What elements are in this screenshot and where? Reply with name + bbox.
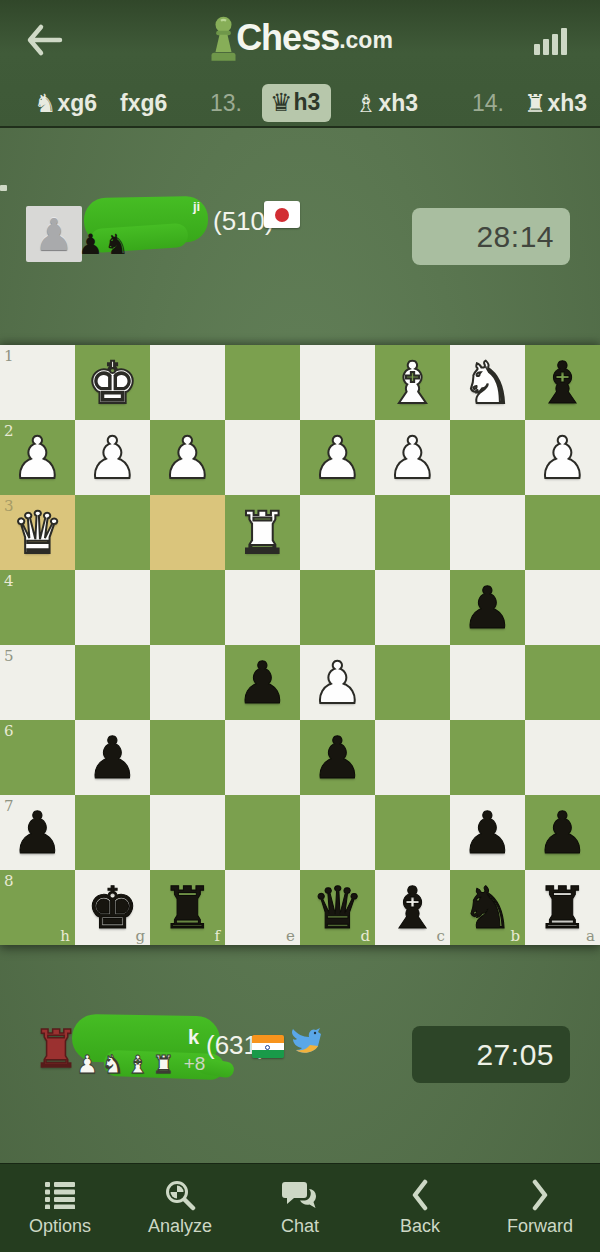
square-c1[interactable]: ♝ [375,345,450,420]
square-h6[interactable]: 6 [0,720,75,795]
square-h7[interactable]: 7♟ [0,795,75,870]
square-b4[interactable]: ♟ [450,570,525,645]
captured-white-piece: ♝ [127,1050,152,1079]
square-a4[interactable] [525,570,600,645]
piece-black-pawn: ♟ [300,720,375,795]
chesscom-logo: Chess .com [0,14,600,70]
piece-white-pawn: ♟ [375,420,450,495]
square-f2[interactable]: ♟ [150,420,225,495]
square-d5[interactable]: ♟ [300,645,375,720]
move-text: xh3 [378,90,418,117]
square-g5[interactable] [75,645,150,720]
square-b5[interactable] [450,645,525,720]
piece-white-rook: ♜ [225,495,300,570]
red-rook-avatar-icon: ♜ [33,1019,80,1079]
connection-signal-icon [532,24,572,58]
move-xh3[interactable]: ♗xh3 [355,84,418,122]
square-c3[interactable] [375,495,450,570]
square-f3[interactable] [150,495,225,570]
square-d4[interactable] [300,570,375,645]
top-bar: Chess .com ♞xg6fxg613.♛h3♗xh314.♜xh3 [0,0,600,128]
figurine-icon: ♜ [524,89,546,118]
square-e7[interactable] [225,795,300,870]
square-f6[interactable] [150,720,225,795]
opponent-clock-time: 28:14 [476,220,554,254]
piece-black-pawn: ♟ [525,795,600,870]
piece-white-king: ♚ [75,345,150,420]
opponent-name-fragment: ji [193,199,200,214]
player-captured-tray: ♟♞♝♜+8 [76,1050,205,1079]
square-b1[interactable]: ♞ [450,345,525,420]
piece-white-queen: ♛ [0,495,75,570]
piece-black-pawn: ♟ [0,795,75,870]
square-c6[interactable] [375,720,450,795]
logo-pawn-icon [207,14,240,62]
japan-flag-icon [264,201,300,228]
move-number: 14. [472,84,504,122]
piece-white-pawn: ♟ [300,420,375,495]
piece-white-bishop: ♝ [375,345,450,420]
square-d1[interactable] [300,345,375,420]
captured-white-piece: ♜ [152,1050,177,1079]
square-f5[interactable] [150,645,225,720]
square-c2[interactable]: ♟ [375,420,450,495]
move-xh3[interactable]: ♜xh3 [524,84,587,122]
square-b2[interactable] [450,420,525,495]
square-d8[interactable]: d♛ [300,870,375,945]
move-fxg6[interactable]: fxg6 [120,84,167,122]
square-g2[interactable]: ♟ [75,420,150,495]
square-b3[interactable] [450,495,525,570]
square-g4[interactable] [75,570,150,645]
nav-label: Chat [281,1216,319,1237]
back-chevron-icon [410,1178,430,1212]
nav-back-button[interactable]: Back [360,1164,480,1252]
nav-forward-button[interactable]: Forward [480,1164,600,1252]
square-e5[interactable]: ♟ [225,645,300,720]
nav-label: Analyze [148,1216,212,1237]
clipped-move-fragment [0,185,7,191]
opponent-avatar[interactable]: ♟ [26,206,82,262]
nav-analyze-button[interactable]: Analyze [120,1164,240,1252]
move-text: fxg6 [120,90,167,117]
rank-label-5: 5 [4,647,14,665]
square-f8[interactable]: f♜ [150,870,225,945]
piece-white-knight: ♞ [450,345,525,420]
square-h1[interactable]: 1 [0,345,75,420]
square-e1[interactable] [225,345,300,420]
india-flag-icon [252,1035,284,1058]
move-text: xh3 [547,90,587,117]
move-h3-current[interactable]: ♛h3 [262,84,331,122]
square-d6[interactable]: ♟ [300,720,375,795]
rank-label-4: 4 [4,572,14,590]
square-d2[interactable]: ♟ [300,420,375,495]
square-a3[interactable] [525,495,600,570]
captured-black-piece: ♟ [78,228,104,261]
figurine-icon: ♗ [355,89,377,118]
rank-label-8: 8 [4,872,14,890]
square-c8[interactable]: c♝ [375,870,450,945]
chess-app-screen: Chess .com ♞xg6fxg613.♛h3♗xh314.♜xh3 ♟ j… [0,0,600,1252]
piece-black-knight: ♞ [450,870,525,945]
square-b7[interactable]: ♟ [450,795,525,870]
square-c7[interactable] [375,795,450,870]
square-a1[interactable]: ♝ [525,345,600,420]
piece-white-pawn: ♟ [150,420,225,495]
square-g3[interactable] [75,495,150,570]
piece-black-pawn: ♟ [75,720,150,795]
square-e4[interactable] [225,570,300,645]
square-h4[interactable]: 4 [0,570,75,645]
square-e6[interactable] [225,720,300,795]
square-a7[interactable]: ♟ [525,795,600,870]
move-xg6[interactable]: ♞xg6 [34,84,97,122]
square-b6[interactable] [450,720,525,795]
square-g6[interactable]: ♟ [75,720,150,795]
options-list-icon [45,1178,75,1212]
square-f7[interactable] [150,795,225,870]
chat-bubbles-icon [282,1178,318,1212]
player-name-fragment: k [188,1026,199,1049]
nav-chat-button[interactable]: Chat [240,1164,360,1252]
square-f4[interactable] [150,570,225,645]
square-h8[interactable]: 8h [0,870,75,945]
piece-black-pawn: ♟ [225,645,300,720]
piece-black-bishop: ♝ [525,345,600,420]
square-a2[interactable]: ♟ [525,420,600,495]
chess-board[interactable]: 1♚♝♞♝2♟♟♟♟♟♟3♛♜4♟5♟♟6♟♟7♟♟♟8hg♚f♜ed♛c♝b♞… [0,345,600,945]
material-advantage: +8 [184,1053,206,1074]
square-a8[interactable]: a♜ [525,870,600,945]
opponent-clock: 28:14 [412,208,570,265]
square-d7[interactable] [300,795,375,870]
square-a5[interactable] [525,645,600,720]
forward-chevron-icon [530,1178,550,1212]
square-g8[interactable]: g♚ [75,870,150,945]
square-g7[interactable] [75,795,150,870]
piece-white-pawn: ♟ [300,645,375,720]
logo-brand-text: Chess [236,14,339,62]
piece-white-pawn: ♟ [0,420,75,495]
nav-label: Forward [507,1216,573,1237]
square-h2[interactable]: 2♟ [0,420,75,495]
logo-tld-text: .com [339,18,393,62]
piece-white-pawn: ♟ [75,420,150,495]
square-e2[interactable] [225,420,300,495]
square-c4[interactable] [375,570,450,645]
square-h5[interactable]: 5 [0,645,75,720]
piece-black-rook: ♜ [525,870,600,945]
square-c5[interactable] [375,645,450,720]
nav-label: Back [400,1216,440,1237]
piece-black-queen: ♛ [300,870,375,945]
player-clock: 27:05 [412,1026,570,1083]
rank-label-6: 6 [4,722,14,740]
square-e3[interactable]: ♜ [225,495,300,570]
piece-black-pawn: ♟ [450,570,525,645]
file-label-e: e [286,927,295,945]
bird-icon [288,1026,322,1056]
figurine-icon: ♛ [270,88,292,117]
nav-options-button[interactable]: Options [0,1164,120,1252]
captured-white-piece: ♞ [101,1050,126,1079]
piece-black-rook: ♜ [150,870,225,945]
opponent-captured-tray: ♟♞ [78,228,130,261]
move-list-bar: ♞xg6fxg613.♛h3♗xh314.♜xh3 [0,84,600,126]
piece-black-king: ♚ [75,870,150,945]
piece-black-pawn: ♟ [450,795,525,870]
file-label-h: h [60,927,70,945]
piece-white-pawn: ♟ [525,420,600,495]
square-b8[interactable]: b♞ [450,870,525,945]
piece-black-bishop: ♝ [375,870,450,945]
white-pawn-avatar-icon: ♟ [34,209,73,260]
square-d3[interactable] [300,495,375,570]
square-h3[interactable]: 3♛ [0,495,75,570]
move-number: 13. [210,84,242,122]
nav-label: Options [29,1216,91,1237]
square-g1[interactable]: ♚ [75,345,150,420]
player-clock-time: 27:05 [476,1038,554,1072]
move-text: xg6 [57,90,97,117]
square-a6[interactable] [525,720,600,795]
figurine-icon: ♞ [34,89,56,118]
square-f1[interactable] [150,345,225,420]
analyze-magnifier-icon [164,1178,196,1212]
square-e8[interactable]: e [225,870,300,945]
bottom-nav-bar: OptionsAnalyzeChatBackForward [0,1163,600,1252]
move-text: h3 [293,89,320,116]
rank-label-1: 1 [4,347,14,365]
captured-black-piece: ♞ [104,228,130,261]
captured-white-piece: ♟ [76,1050,101,1079]
